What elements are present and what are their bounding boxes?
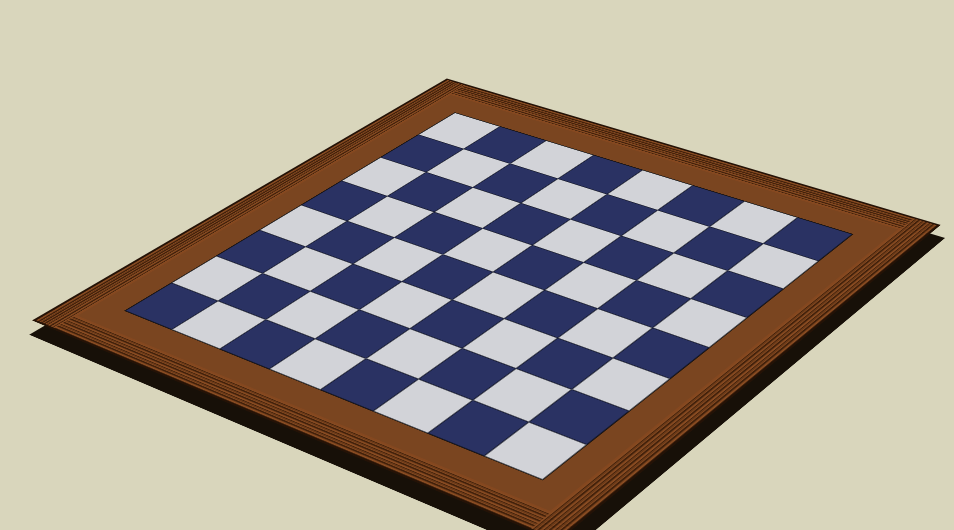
- chess-board-3d: ♟♝♜♟♟♜♝♟♟♚♞♟♟♞♚♟♜♞♛♝♝♛♞♜♟♟♟♟♟♟♟♟♟♟♟♟♟♟♟♟…: [32, 79, 941, 530]
- rendered-3d-viewport: ♟♝♜♟♟♜♝♟♟♚♞♟♟♞♚♟♜♞♛♝♝♛♞♜♟♟♟♟♟♟♟♟♟♟♟♟♟♟♟♟…: [0, 0, 954, 530]
